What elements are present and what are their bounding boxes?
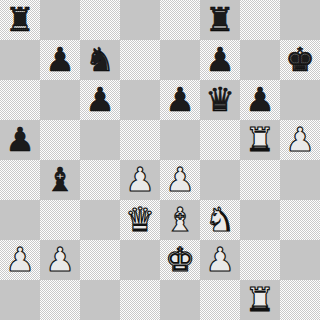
square-c8[interactable] (80, 0, 120, 40)
square-f6[interactable]: ♛ (200, 80, 240, 120)
square-a1[interactable] (0, 280, 40, 320)
square-c2[interactable] (80, 240, 120, 280)
square-h5[interactable]: ♟ (280, 120, 320, 160)
square-g6[interactable]: ♟ (240, 80, 280, 120)
square-a8[interactable]: ♜ (0, 0, 40, 40)
piece-white-king[interactable]: ♚ (165, 240, 195, 280)
square-g8[interactable] (240, 0, 280, 40)
square-d3[interactable]: ♛ (120, 200, 160, 240)
square-a6[interactable] (0, 80, 40, 120)
square-h4[interactable] (280, 160, 320, 200)
piece-black-bishop[interactable]: ♝ (45, 160, 75, 200)
square-d2[interactable] (120, 240, 160, 280)
square-g4[interactable] (240, 160, 280, 200)
square-g1[interactable]: ♜ (240, 280, 280, 320)
piece-white-pawn[interactable]: ♟ (285, 120, 315, 160)
piece-white-queen[interactable]: ♛ (125, 200, 155, 240)
square-f3[interactable]: ♞ (200, 200, 240, 240)
square-d1[interactable] (120, 280, 160, 320)
piece-white-pawn[interactable]: ♟ (165, 160, 195, 200)
square-c7[interactable]: ♞ (80, 40, 120, 80)
piece-black-pawn[interactable]: ♟ (5, 120, 35, 160)
square-c3[interactable] (80, 200, 120, 240)
square-f1[interactable] (200, 280, 240, 320)
square-b4[interactable]: ♝ (40, 160, 80, 200)
square-e6[interactable]: ♟ (160, 80, 200, 120)
piece-black-pawn[interactable]: ♟ (165, 80, 195, 120)
square-h8[interactable] (280, 0, 320, 40)
square-h3[interactable] (280, 200, 320, 240)
piece-white-rook[interactable]: ♜ (245, 280, 275, 320)
square-h6[interactable] (280, 80, 320, 120)
piece-white-pawn[interactable]: ♟ (205, 240, 235, 280)
square-d4[interactable]: ♟ (120, 160, 160, 200)
square-g3[interactable] (240, 200, 280, 240)
square-f4[interactable] (200, 160, 240, 200)
square-b6[interactable] (40, 80, 80, 120)
square-e7[interactable] (160, 40, 200, 80)
piece-black-queen[interactable]: ♛ (205, 80, 235, 120)
square-a4[interactable] (0, 160, 40, 200)
piece-white-rook[interactable]: ♜ (245, 120, 275, 160)
square-a3[interactable] (0, 200, 40, 240)
square-b2[interactable]: ♟ (40, 240, 80, 280)
piece-white-pawn[interactable]: ♟ (5, 240, 35, 280)
square-d5[interactable] (120, 120, 160, 160)
piece-black-pawn[interactable]: ♟ (85, 80, 115, 120)
square-c6[interactable]: ♟ (80, 80, 120, 120)
square-f8[interactable]: ♜ (200, 0, 240, 40)
square-h1[interactable] (280, 280, 320, 320)
piece-black-rook[interactable]: ♜ (205, 0, 235, 40)
square-c5[interactable] (80, 120, 120, 160)
square-e8[interactable] (160, 0, 200, 40)
square-b3[interactable] (40, 200, 80, 240)
piece-white-pawn[interactable]: ♟ (125, 160, 155, 200)
square-a7[interactable] (0, 40, 40, 80)
square-g7[interactable] (240, 40, 280, 80)
square-e1[interactable] (160, 280, 200, 320)
piece-black-rook[interactable]: ♜ (5, 0, 35, 40)
square-b5[interactable] (40, 120, 80, 160)
square-a5[interactable]: ♟ (0, 120, 40, 160)
chess-board: ♜♜♟♞♟♚♟♟♛♟♟♜♟♝♟♟♛♝♞♟♟♚♟♜ (0, 0, 320, 320)
piece-white-knight[interactable]: ♞ (205, 200, 235, 240)
square-e3[interactable]: ♝ (160, 200, 200, 240)
square-h2[interactable] (280, 240, 320, 280)
square-g2[interactable] (240, 240, 280, 280)
square-e5[interactable] (160, 120, 200, 160)
square-b1[interactable] (40, 280, 80, 320)
square-f7[interactable]: ♟ (200, 40, 240, 80)
piece-black-pawn[interactable]: ♟ (245, 80, 275, 120)
square-d7[interactable] (120, 40, 160, 80)
square-d8[interactable] (120, 0, 160, 40)
square-h7[interactable]: ♚ (280, 40, 320, 80)
square-e4[interactable]: ♟ (160, 160, 200, 200)
piece-black-knight[interactable]: ♞ (85, 40, 115, 80)
square-b8[interactable] (40, 0, 80, 40)
square-a2[interactable]: ♟ (0, 240, 40, 280)
piece-black-king[interactable]: ♚ (285, 40, 315, 80)
square-d6[interactable] (120, 80, 160, 120)
square-f5[interactable] (200, 120, 240, 160)
square-e2[interactable]: ♚ (160, 240, 200, 280)
square-f2[interactable]: ♟ (200, 240, 240, 280)
piece-white-pawn[interactable]: ♟ (45, 240, 75, 280)
square-c4[interactable] (80, 160, 120, 200)
piece-black-pawn[interactable]: ♟ (205, 40, 235, 80)
square-b7[interactable]: ♟ (40, 40, 80, 80)
square-g5[interactable]: ♜ (240, 120, 280, 160)
piece-black-pawn[interactable]: ♟ (45, 40, 75, 80)
piece-white-bishop[interactable]: ♝ (165, 200, 195, 240)
square-c1[interactable] (80, 280, 120, 320)
